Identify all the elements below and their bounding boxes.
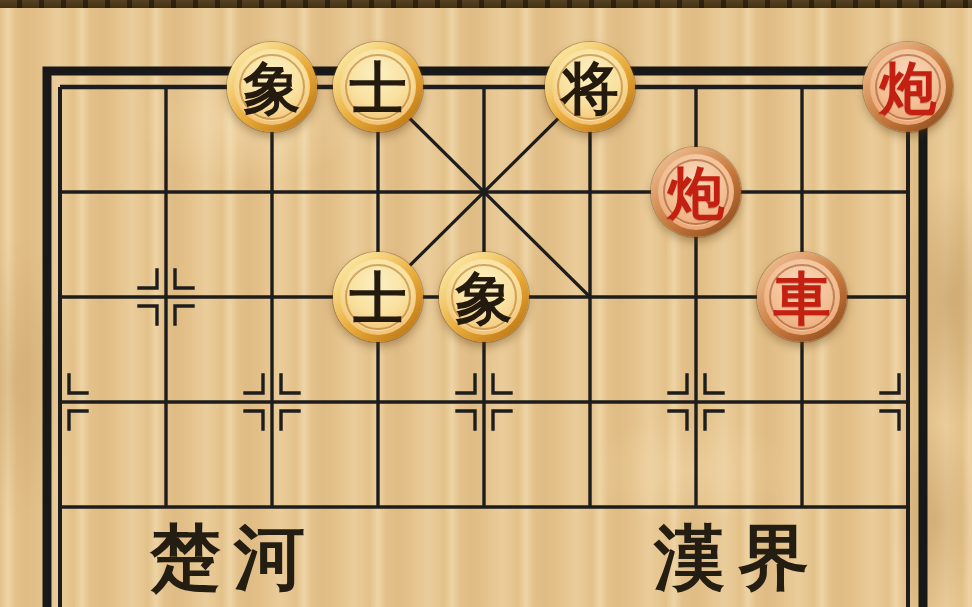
piece-glyph: 炮 [863, 42, 953, 132]
piece-black-elephant-1[interactable]: 象 [227, 42, 317, 132]
piece-glyph: 象 [439, 252, 529, 342]
table-edge-strip [0, 0, 972, 8]
piece-glyph: 将 [545, 42, 635, 132]
piece-red-cannon-1[interactable]: 炮 [863, 42, 953, 132]
piece-black-advisor-2[interactable]: 士 [333, 252, 423, 342]
piece-red-cannon-2[interactable]: 炮 [651, 147, 741, 237]
piece-glyph: 炮 [651, 147, 741, 237]
piece-black-advisor-1[interactable]: 士 [333, 42, 423, 132]
piece-black-elephant-2[interactable]: 象 [439, 252, 529, 342]
piece-glyph: 士 [333, 42, 423, 132]
xiangqi-scene: 象士将炮炮士象車 楚河 漢界 [0, 0, 972, 607]
piece-black-general[interactable]: 将 [545, 42, 635, 132]
piece-glyph: 士 [333, 252, 423, 342]
piece-glyph: 象 [227, 42, 317, 132]
piece-glyph: 車 [757, 252, 847, 342]
xiangqi-board[interactable]: 象士将炮炮士象車 [7, 35, 961, 560]
piece-red-chariot[interactable]: 車 [757, 252, 847, 342]
